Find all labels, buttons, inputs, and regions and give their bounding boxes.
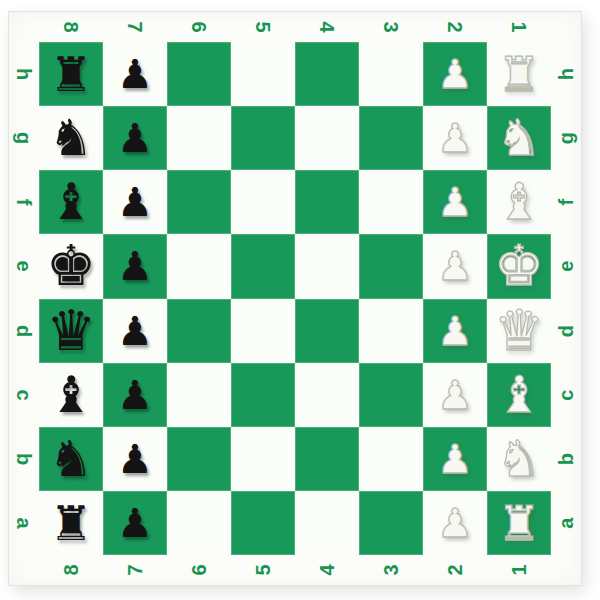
- piece-white-pawn-e2[interactable]: ♟: [437, 246, 473, 286]
- piece-white-pawn-a2[interactable]: ♟: [437, 503, 473, 543]
- piece-white-knight-b1[interactable]: ♞: [497, 434, 542, 484]
- square-e8[interactable]: ♚: [39, 234, 103, 298]
- square-e4[interactable]: [295, 234, 359, 298]
- square-g7[interactable]: ♟: [103, 106, 167, 170]
- square-d3[interactable]: [359, 299, 423, 363]
- piece-white-pawn-h2[interactable]: ♟: [437, 54, 473, 94]
- square-g2[interactable]: ♟: [423, 106, 487, 170]
- mat-corner: [551, 12, 581, 42]
- square-e1[interactable]: ♚: [487, 234, 551, 298]
- square-e2[interactable]: ♟: [423, 234, 487, 298]
- square-d8[interactable]: ♛: [39, 299, 103, 363]
- piece-white-rook-h1[interactable]: ♜: [497, 50, 540, 98]
- square-d4[interactable]: [295, 299, 359, 363]
- piece-white-bishop-c1[interactable]: ♝: [497, 370, 542, 420]
- square-d6[interactable]: [167, 299, 231, 363]
- square-f4[interactable]: [295, 170, 359, 234]
- square-b2[interactable]: ♟: [423, 427, 487, 491]
- bottom-rank-label-3: 3: [376, 538, 406, 600]
- square-f8[interactable]: ♝: [39, 170, 103, 234]
- square-h4[interactable]: [295, 42, 359, 106]
- right-file-label-g: g: [534, 123, 598, 153]
- piece-black-pawn-a7[interactable]: ♟: [117, 503, 153, 543]
- piece-white-pawn-g2[interactable]: ♟: [437, 118, 473, 158]
- piece-white-queen-d1[interactable]: ♛: [494, 303, 544, 359]
- piece-black-pawn-h7[interactable]: ♟: [117, 54, 153, 94]
- piece-black-knight-g8[interactable]: ♞: [49, 113, 94, 163]
- piece-white-pawn-f2[interactable]: ♟: [437, 182, 473, 222]
- square-c1[interactable]: ♝: [487, 363, 551, 427]
- square-g6[interactable]: [167, 106, 231, 170]
- square-d7[interactable]: ♟: [103, 299, 167, 363]
- bottom-rank-label-6: 6: [184, 538, 214, 600]
- square-g3[interactable]: [359, 106, 423, 170]
- square-a8[interactable]: ♜: [39, 491, 103, 555]
- bottom-rank-label-2: 2: [440, 538, 470, 600]
- square-h8[interactable]: ♜: [39, 42, 103, 106]
- square-e6[interactable]: [167, 234, 231, 298]
- square-b3[interactable]: [359, 427, 423, 491]
- square-d2[interactable]: ♟: [423, 299, 487, 363]
- piece-black-bishop-c8[interactable]: ♝: [49, 370, 94, 420]
- square-c3[interactable]: [359, 363, 423, 427]
- piece-black-pawn-e7[interactable]: ♟: [117, 246, 153, 286]
- square-c4[interactable]: [295, 363, 359, 427]
- piece-black-rook-a8[interactable]: ♜: [49, 499, 92, 547]
- square-e7[interactable]: ♟: [103, 234, 167, 298]
- piece-black-pawn-c7[interactable]: ♟: [117, 375, 153, 415]
- square-b6[interactable]: [167, 427, 231, 491]
- square-f2[interactable]: ♟: [423, 170, 487, 234]
- right-file-label-f: f: [534, 187, 598, 217]
- square-h2[interactable]: ♟: [423, 42, 487, 106]
- piece-black-queen-d8[interactable]: ♛: [46, 303, 96, 359]
- square-a2[interactable]: ♟: [423, 491, 487, 555]
- square-b4[interactable]: [295, 427, 359, 491]
- square-h5[interactable]: [231, 42, 295, 106]
- right-file-label-a: a: [534, 508, 598, 538]
- square-f6[interactable]: [167, 170, 231, 234]
- square-e3[interactable]: [359, 234, 423, 298]
- piece-black-knight-b8[interactable]: ♞: [49, 434, 94, 484]
- mat-corner: [9, 12, 39, 42]
- square-e5[interactable]: [231, 234, 295, 298]
- piece-white-knight-g1[interactable]: ♞: [497, 113, 542, 163]
- square-c6[interactable]: [167, 363, 231, 427]
- square-h7[interactable]: ♟: [103, 42, 167, 106]
- piece-white-king-e1[interactable]: ♚: [494, 238, 544, 294]
- square-b8[interactable]: ♞: [39, 427, 103, 491]
- square-c7[interactable]: ♟: [103, 363, 167, 427]
- piece-white-pawn-d2[interactable]: ♟: [437, 311, 473, 351]
- square-f5[interactable]: [231, 170, 295, 234]
- piece-black-pawn-b7[interactable]: ♟: [117, 439, 153, 479]
- square-c5[interactable]: [231, 363, 295, 427]
- square-g4[interactable]: [295, 106, 359, 170]
- piece-white-bishop-f1[interactable]: ♝: [497, 177, 542, 227]
- chess-mat: 87654321h♜♟♟♜hg♞♟♟♞gf♝♟♟♝fe♚♟♟♚ed♛♟♟♛dc♝…: [9, 12, 581, 585]
- mat-corner: [9, 555, 39, 585]
- square-c8[interactable]: ♝: [39, 363, 103, 427]
- piece-white-rook-a1[interactable]: ♜: [497, 499, 540, 547]
- square-f7[interactable]: ♟: [103, 170, 167, 234]
- bottom-rank-label-5: 5: [248, 538, 278, 600]
- square-f1[interactable]: ♝: [487, 170, 551, 234]
- piece-black-king-e8[interactable]: ♚: [46, 238, 96, 294]
- piece-white-pawn-b2[interactable]: ♟: [437, 439, 473, 479]
- piece-black-pawn-d7[interactable]: ♟: [117, 311, 153, 351]
- piece-black-pawn-f7[interactable]: ♟: [117, 182, 153, 222]
- right-file-label-b: b: [534, 444, 598, 474]
- right-file-label-c: c: [534, 380, 598, 410]
- piece-white-pawn-c2[interactable]: ♟: [437, 375, 473, 415]
- mat-corner: [551, 555, 581, 585]
- square-g5[interactable]: [231, 106, 295, 170]
- right-file-label-h: h: [534, 59, 598, 89]
- square-g1[interactable]: ♞: [487, 106, 551, 170]
- square-c2[interactable]: ♟: [423, 363, 487, 427]
- piece-black-rook-h8[interactable]: ♜: [49, 50, 92, 98]
- photo-scene: 87654321h♜♟♟♜hg♞♟♟♞gf♝♟♟♝fe♚♟♟♚ed♛♟♟♛dc♝…: [0, 0, 600, 600]
- square-d1[interactable]: ♛: [487, 299, 551, 363]
- square-b5[interactable]: [231, 427, 295, 491]
- square-a7[interactable]: ♟: [103, 491, 167, 555]
- square-b1[interactable]: ♞: [487, 427, 551, 491]
- piece-black-bishop-f8[interactable]: ♝: [49, 177, 94, 227]
- bottom-rank-label-4: 4: [312, 538, 342, 600]
- square-h6[interactable]: [167, 42, 231, 106]
- piece-black-pawn-g7[interactable]: ♟: [117, 118, 153, 158]
- square-h3[interactable]: [359, 42, 423, 106]
- square-b7[interactable]: ♟: [103, 427, 167, 491]
- square-d5[interactable]: [231, 299, 295, 363]
- square-g8[interactable]: ♞: [39, 106, 103, 170]
- square-f3[interactable]: [359, 170, 423, 234]
- bottom-rank-label-7: 7: [120, 538, 150, 600]
